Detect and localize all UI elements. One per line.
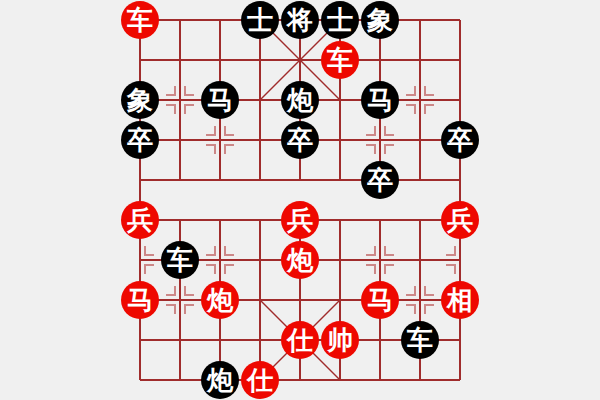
board-point: 士 bbox=[240, 0, 280, 40]
piece-black-车[interactable]: 车 bbox=[401, 321, 439, 359]
board-point: 马 bbox=[200, 80, 240, 120]
board-point: 仕 bbox=[280, 320, 320, 360]
piece-black-将[interactable]: 将 bbox=[281, 1, 319, 39]
board-point: 炮 bbox=[200, 280, 240, 320]
board-point: 马 bbox=[120, 280, 160, 320]
piece-black-士[interactable]: 士 bbox=[241, 1, 279, 39]
piece-black-马[interactable]: 马 bbox=[201, 81, 239, 119]
board-point: 兵 bbox=[280, 200, 320, 240]
piece-red-帅[interactable]: 帅 bbox=[321, 321, 359, 359]
piece-red-相[interactable]: 相 bbox=[441, 281, 479, 319]
board: 车士将士象车象马炮马卒卒卒卒兵兵兵车炮马炮马相仕帅车炮仕 bbox=[120, 0, 480, 400]
board-point: 马 bbox=[360, 280, 400, 320]
board-point: 象 bbox=[360, 0, 400, 40]
xiangqi-app-canvas: 车士将士象车象马炮马卒卒卒卒兵兵兵车炮马炮马相仕帅车炮仕 bbox=[0, 0, 600, 400]
piece-red-炮[interactable]: 炮 bbox=[281, 241, 319, 279]
board-point: 炮 bbox=[280, 240, 320, 280]
board-point: 卒 bbox=[280, 120, 320, 160]
board-point: 车 bbox=[160, 240, 200, 280]
board-point: 车 bbox=[320, 40, 360, 80]
piece-black-象[interactable]: 象 bbox=[121, 81, 159, 119]
piece-black-卒[interactable]: 卒 bbox=[281, 121, 319, 159]
piece-red-炮[interactable]: 炮 bbox=[201, 281, 239, 319]
piece-red-仕[interactable]: 仕 bbox=[281, 321, 319, 359]
board-point: 马 bbox=[360, 80, 400, 120]
piece-red-车[interactable]: 车 bbox=[121, 1, 159, 39]
piece-black-士[interactable]: 士 bbox=[321, 1, 359, 39]
board-point: 帅 bbox=[320, 320, 360, 360]
piece-black-车[interactable]: 车 bbox=[161, 241, 199, 279]
board-point: 兵 bbox=[440, 200, 480, 240]
piece-red-车[interactable]: 车 bbox=[321, 41, 359, 79]
board-point: 士 bbox=[320, 0, 360, 40]
piece-red-兵[interactable]: 兵 bbox=[441, 201, 479, 239]
board-point: 象 bbox=[120, 80, 160, 120]
board-point: 车 bbox=[120, 0, 160, 40]
piece-black-卒[interactable]: 卒 bbox=[121, 121, 159, 159]
board-point: 相 bbox=[440, 280, 480, 320]
board-point: 兵 bbox=[120, 200, 160, 240]
board-point: 将 bbox=[280, 0, 320, 40]
piece-black-象[interactable]: 象 bbox=[361, 1, 399, 39]
piece-black-卒[interactable]: 卒 bbox=[441, 121, 479, 159]
piece-black-马[interactable]: 马 bbox=[361, 81, 399, 119]
board-point: 车 bbox=[400, 320, 440, 360]
piece-black-炮[interactable]: 炮 bbox=[201, 361, 239, 399]
board-point: 卒 bbox=[120, 120, 160, 160]
piece-red-兵[interactable]: 兵 bbox=[121, 201, 159, 239]
board-point: 炮 bbox=[280, 80, 320, 120]
board-point: 卒 bbox=[360, 160, 400, 200]
piece-red-仕[interactable]: 仕 bbox=[241, 361, 279, 399]
piece-red-马[interactable]: 马 bbox=[121, 281, 159, 319]
board-point: 炮 bbox=[200, 360, 240, 400]
piece-red-兵[interactable]: 兵 bbox=[281, 201, 319, 239]
board-point: 仕 bbox=[240, 360, 280, 400]
piece-black-炮[interactable]: 炮 bbox=[281, 81, 319, 119]
board-point: 卒 bbox=[440, 120, 480, 160]
piece-red-马[interactable]: 马 bbox=[361, 281, 399, 319]
piece-black-卒[interactable]: 卒 bbox=[361, 161, 399, 199]
